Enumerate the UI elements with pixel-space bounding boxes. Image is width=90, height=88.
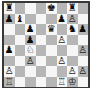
chess-board: ♜♚♜♟♝♟♙♟♛♞♟♟♙♟♘♙♙♙♙♙♙♖♖♔ bbox=[2, 1, 90, 88]
white-pawn-g2: ♙ bbox=[68, 66, 77, 77]
black-bishop-b7: ♝ bbox=[15, 14, 24, 25]
square-e2[interactable] bbox=[46, 66, 57, 77]
square-e7[interactable] bbox=[46, 14, 57, 25]
square-b1[interactable] bbox=[15, 77, 26, 88]
square-f6[interactable] bbox=[57, 24, 68, 35]
square-g1[interactable]: ♔ bbox=[67, 77, 78, 88]
square-b7[interactable]: ♝ bbox=[15, 14, 26, 25]
square-c1[interactable] bbox=[25, 77, 36, 88]
white-pawn-f5: ♙ bbox=[57, 35, 66, 46]
square-h4[interactable]: ♙ bbox=[78, 45, 89, 56]
black-pawn-c5: ♟ bbox=[26, 35, 35, 46]
square-a7[interactable]: ♟ bbox=[4, 14, 15, 25]
square-b6[interactable] bbox=[15, 24, 26, 35]
square-g6[interactable]: ♞ bbox=[67, 24, 78, 35]
square-d6[interactable] bbox=[36, 24, 47, 35]
square-h7[interactable] bbox=[78, 14, 89, 25]
chess-diagram: ♜♚♜♟♝♟♙♟♛♞♟♟♙♟♘♙♙♙♙♙♙♖♖♔ bbox=[2, 1, 90, 88]
square-h2[interactable]: ♙ bbox=[78, 66, 89, 77]
square-a3[interactable] bbox=[4, 56, 15, 67]
square-h6[interactable]: ♟ bbox=[78, 24, 89, 35]
square-h1[interactable] bbox=[78, 77, 89, 88]
black-pawn-a4: ♟ bbox=[5, 45, 14, 56]
square-c8[interactable] bbox=[25, 3, 36, 14]
square-c6[interactable]: ♟ bbox=[25, 24, 36, 35]
square-g2[interactable]: ♙ bbox=[67, 66, 78, 77]
square-f1[interactable]: ♖ bbox=[57, 77, 68, 88]
square-c3[interactable]: ♙ bbox=[25, 56, 36, 67]
black-pawn-h6: ♟ bbox=[78, 24, 87, 35]
square-f7[interactable]: ♟ bbox=[57, 14, 68, 25]
white-pawn-f3: ♙ bbox=[57, 56, 66, 67]
square-g7[interactable]: ♙ bbox=[67, 14, 78, 25]
square-d3[interactable] bbox=[36, 56, 47, 67]
square-a1[interactable]: ♖ bbox=[4, 77, 15, 88]
black-pawn-a7: ♟ bbox=[5, 14, 14, 25]
black-pawn-f7: ♟ bbox=[57, 14, 66, 25]
square-a6[interactable] bbox=[4, 24, 15, 35]
square-e8[interactable]: ♚ bbox=[46, 3, 57, 14]
white-pawn-g7: ♙ bbox=[68, 14, 77, 25]
white-king-g1: ♔ bbox=[68, 77, 77, 88]
square-e5[interactable] bbox=[46, 35, 57, 46]
square-d7[interactable] bbox=[36, 14, 47, 25]
square-f5[interactable]: ♙ bbox=[57, 35, 68, 46]
black-king-e8: ♚ bbox=[47, 3, 56, 14]
square-a2[interactable]: ♙ bbox=[4, 66, 15, 77]
square-g3[interactable] bbox=[67, 56, 78, 67]
square-f4[interactable] bbox=[57, 45, 68, 56]
black-rook-a8: ♜ bbox=[5, 3, 14, 14]
square-a5[interactable] bbox=[4, 35, 15, 46]
white-rook-f1: ♖ bbox=[57, 77, 66, 88]
square-e1[interactable] bbox=[46, 77, 57, 88]
square-d1[interactable] bbox=[36, 77, 47, 88]
square-f2[interactable] bbox=[57, 66, 68, 77]
square-a4[interactable]: ♟ bbox=[4, 45, 15, 56]
square-f8[interactable] bbox=[57, 3, 68, 14]
square-b4[interactable] bbox=[15, 45, 26, 56]
square-e6[interactable]: ♛ bbox=[46, 24, 57, 35]
white-pawn-h2: ♙ bbox=[78, 66, 87, 77]
square-h3[interactable] bbox=[78, 56, 89, 67]
square-b3[interactable] bbox=[15, 56, 26, 67]
square-e3[interactable] bbox=[46, 56, 57, 67]
square-d5[interactable] bbox=[36, 35, 47, 46]
square-d8[interactable] bbox=[36, 3, 47, 14]
white-pawn-a2: ♙ bbox=[5, 66, 14, 77]
square-h8[interactable] bbox=[78, 3, 89, 14]
black-pawn-c6: ♟ bbox=[26, 24, 35, 35]
black-rook-g8: ♜ bbox=[68, 3, 77, 14]
square-g5[interactable] bbox=[67, 35, 78, 46]
white-pawn-h4: ♙ bbox=[78, 45, 87, 56]
white-rook-a1: ♖ bbox=[5, 77, 14, 88]
square-e4[interactable] bbox=[46, 45, 57, 56]
square-g8[interactable]: ♜ bbox=[67, 3, 78, 14]
square-b5[interactable] bbox=[15, 35, 26, 46]
square-f3[interactable]: ♙ bbox=[57, 56, 68, 67]
black-knight-g6: ♞ bbox=[68, 24, 77, 35]
square-c7[interactable] bbox=[25, 14, 36, 25]
black-queen-e6: ♛ bbox=[47, 24, 56, 35]
square-b8[interactable] bbox=[15, 3, 26, 14]
square-h5[interactable] bbox=[78, 35, 89, 46]
square-c4[interactable]: ♘ bbox=[25, 45, 36, 56]
square-d2[interactable] bbox=[36, 66, 47, 77]
square-d4[interactable] bbox=[36, 45, 47, 56]
white-pawn-c3: ♙ bbox=[26, 56, 35, 67]
square-c2[interactable] bbox=[25, 66, 36, 77]
square-c5[interactable]: ♟ bbox=[25, 35, 36, 46]
square-b2[interactable] bbox=[15, 66, 26, 77]
square-g4[interactable] bbox=[67, 45, 78, 56]
white-knight-c4: ♘ bbox=[26, 45, 35, 56]
square-a8[interactable]: ♜ bbox=[4, 3, 15, 14]
